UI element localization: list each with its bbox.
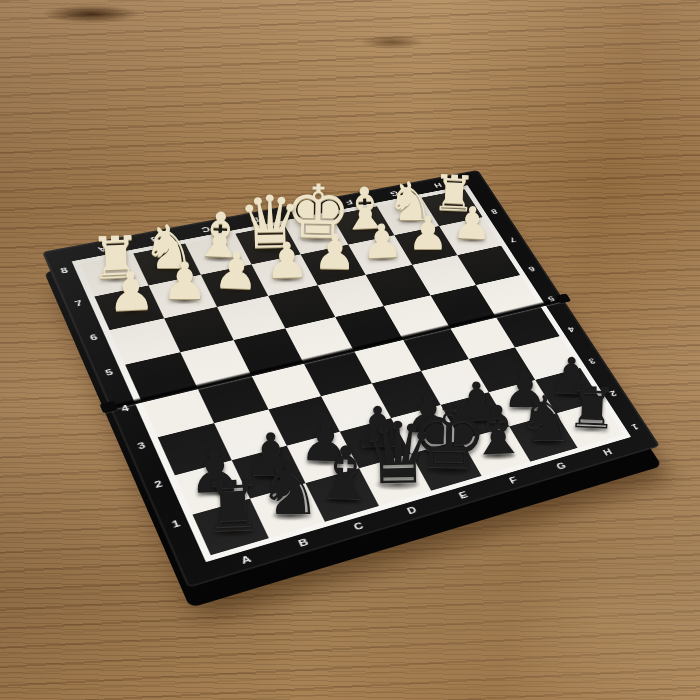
photo-scene: ABCDEFGH ABCDEFGH 87654321 87654321 ♜♞♝♛… bbox=[0, 0, 700, 700]
